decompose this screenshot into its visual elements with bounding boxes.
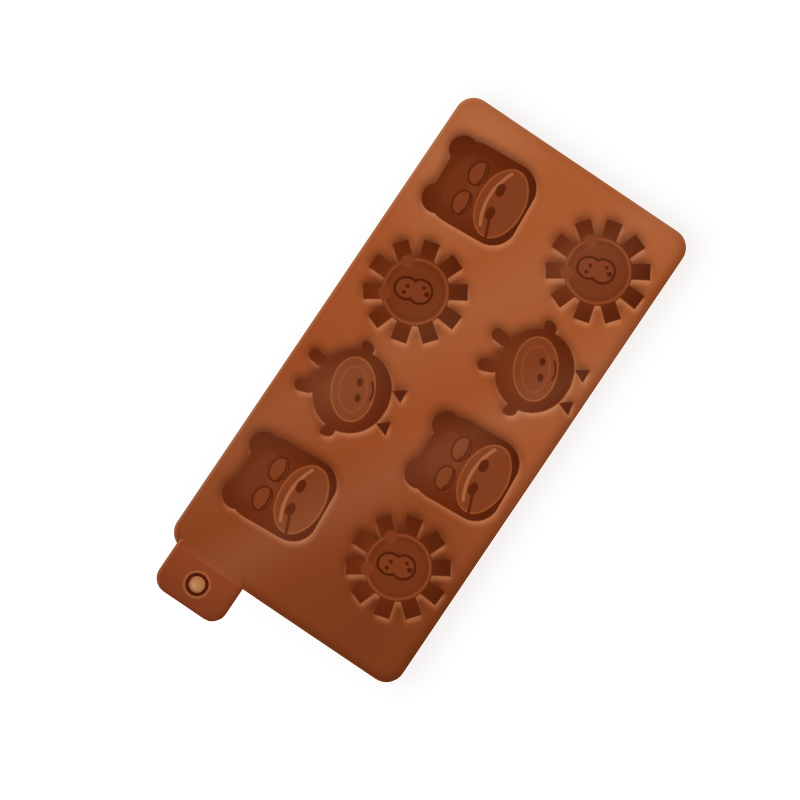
cavity-cow [449, 289, 609, 449]
cavity-hippo [382, 387, 542, 547]
hanging-hole [181, 568, 213, 600]
cavity-lion [333, 211, 493, 371]
chocolate-mold-tray [166, 90, 693, 690]
cavity-hippo [200, 408, 360, 568]
cavity-hippo [400, 112, 560, 272]
cavity-grid [166, 90, 693, 690]
cavity-cow [266, 309, 426, 469]
photo-canvas [0, 0, 800, 800]
cavity-lion [316, 486, 476, 646]
cavity-lion [516, 190, 676, 350]
